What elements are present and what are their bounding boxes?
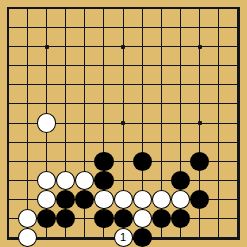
intersection[interactable] <box>171 75 190 94</box>
intersection[interactable] <box>37 94 56 113</box>
intersection[interactable] <box>18 171 37 190</box>
intersection[interactable] <box>209 133 228 152</box>
intersection[interactable] <box>0 228 18 247</box>
intersection[interactable] <box>152 56 171 75</box>
intersection[interactable] <box>114 37 133 56</box>
intersection[interactable] <box>228 75 247 94</box>
intersection[interactable] <box>171 18 190 37</box>
black-stone <box>114 209 133 228</box>
intersection[interactable] <box>75 228 94 247</box>
intersection[interactable] <box>56 114 75 133</box>
intersection[interactable] <box>152 228 171 247</box>
intersection[interactable] <box>133 0 152 18</box>
black-stone <box>152 209 171 228</box>
white-stone <box>75 171 94 190</box>
intersection[interactable] <box>75 75 94 94</box>
intersection[interactable] <box>190 228 209 247</box>
intersection[interactable] <box>171 114 190 133</box>
intersection[interactable] <box>18 94 37 113</box>
intersection[interactable] <box>56 18 75 37</box>
intersection[interactable] <box>18 56 37 75</box>
intersection[interactable] <box>133 56 152 75</box>
intersection[interactable] <box>56 56 75 75</box>
intersection[interactable] <box>75 209 94 228</box>
intersection[interactable] <box>37 114 56 133</box>
intersection[interactable] <box>209 75 228 94</box>
white-stone-marked: 1 <box>114 228 133 247</box>
intersection[interactable] <box>152 133 171 152</box>
black-stone <box>171 171 190 190</box>
intersection[interactable] <box>18 133 37 152</box>
white-stone <box>152 190 171 209</box>
intersection[interactable] <box>94 171 113 190</box>
intersection[interactable] <box>75 18 94 37</box>
intersection[interactable] <box>114 18 133 37</box>
intersection[interactable] <box>171 94 190 113</box>
intersection[interactable] <box>209 94 228 113</box>
intersection[interactable] <box>114 133 133 152</box>
intersection[interactable] <box>56 94 75 113</box>
intersection[interactable] <box>190 0 209 18</box>
intersection[interactable] <box>0 190 18 209</box>
black-stone <box>133 152 152 171</box>
intersection[interactable] <box>0 114 18 133</box>
intersection[interactable] <box>228 209 247 228</box>
intersection[interactable] <box>228 0 247 18</box>
intersection[interactable] <box>190 94 209 113</box>
intersection[interactable] <box>37 56 56 75</box>
intersection[interactable] <box>228 171 247 190</box>
black-stone <box>94 209 113 228</box>
intersection[interactable] <box>171 171 190 190</box>
intersection[interactable] <box>228 152 247 171</box>
intersection[interactable] <box>190 75 209 94</box>
white-stone <box>114 190 133 209</box>
intersection[interactable] <box>114 114 133 133</box>
intersection[interactable] <box>0 209 18 228</box>
intersection[interactable] <box>133 209 152 228</box>
intersection[interactable] <box>209 152 228 171</box>
intersection[interactable] <box>228 37 247 56</box>
intersection[interactable] <box>190 171 209 190</box>
intersection[interactable] <box>152 37 171 56</box>
intersection[interactable] <box>209 171 228 190</box>
intersection[interactable] <box>75 94 94 113</box>
intersection[interactable] <box>0 75 18 94</box>
intersection[interactable] <box>75 152 94 171</box>
white-stone <box>56 171 75 190</box>
intersection[interactable] <box>18 114 37 133</box>
intersection[interactable] <box>56 171 75 190</box>
intersection[interactable] <box>114 190 133 209</box>
intersection[interactable] <box>0 133 18 152</box>
intersection[interactable] <box>209 190 228 209</box>
intersection[interactable] <box>56 75 75 94</box>
intersection[interactable] <box>94 152 113 171</box>
intersection[interactable] <box>209 228 228 247</box>
intersection[interactable] <box>171 190 190 209</box>
intersection[interactable] <box>152 114 171 133</box>
intersection[interactable] <box>209 0 228 18</box>
intersection[interactable] <box>75 190 94 209</box>
intersection[interactable] <box>94 18 113 37</box>
black-stone <box>94 171 113 190</box>
intersection[interactable] <box>94 190 113 209</box>
intersection[interactable] <box>114 75 133 94</box>
intersection[interactable] <box>18 228 37 247</box>
intersection[interactable] <box>190 56 209 75</box>
white-stone <box>94 190 113 209</box>
intersection[interactable] <box>0 37 18 56</box>
intersection[interactable] <box>114 209 133 228</box>
intersection[interactable] <box>171 133 190 152</box>
intersection[interactable] <box>228 228 247 247</box>
intersection[interactable] <box>171 0 190 18</box>
black-stone <box>56 190 75 209</box>
white-stone <box>18 228 37 247</box>
white-stone <box>37 113 56 132</box>
intersection[interactable] <box>94 0 113 18</box>
intersection[interactable] <box>133 18 152 37</box>
intersection[interactable] <box>114 0 133 18</box>
intersection[interactable] <box>18 152 37 171</box>
intersection[interactable] <box>94 209 113 228</box>
intersection[interactable] <box>209 56 228 75</box>
intersection[interactable] <box>133 228 152 247</box>
intersection[interactable] <box>37 18 56 37</box>
intersection[interactable] <box>152 209 171 228</box>
intersection[interactable] <box>0 0 18 18</box>
intersection[interactable] <box>18 190 37 209</box>
intersection[interactable] <box>114 94 133 113</box>
intersection[interactable] <box>18 0 37 18</box>
intersection[interactable] <box>56 37 75 56</box>
intersection[interactable] <box>75 133 94 152</box>
intersection[interactable] <box>114 152 133 171</box>
intersection[interactable] <box>114 56 133 75</box>
intersection[interactable] <box>152 75 171 94</box>
intersection[interactable] <box>56 228 75 247</box>
intersection[interactable] <box>133 190 152 209</box>
intersection[interactable] <box>0 56 18 75</box>
intersection[interactable] <box>75 0 94 18</box>
black-stone <box>171 209 190 228</box>
intersection[interactable] <box>94 228 113 247</box>
intersection[interactable] <box>75 171 94 190</box>
intersection[interactable] <box>0 18 18 37</box>
intersection[interactable] <box>190 114 209 133</box>
intersection[interactable] <box>37 152 56 171</box>
intersection[interactable] <box>152 94 171 113</box>
go-board-diagram: 1 <box>0 0 247 247</box>
intersection[interactable] <box>133 94 152 113</box>
intersection[interactable] <box>37 0 56 18</box>
intersection[interactable] <box>56 0 75 18</box>
intersection[interactable] <box>171 37 190 56</box>
black-stone <box>190 152 209 171</box>
intersection[interactable] <box>228 94 247 113</box>
intersection[interactable] <box>37 209 56 228</box>
intersection[interactable] <box>228 56 247 75</box>
intersection[interactable] <box>228 114 247 133</box>
black-stone <box>75 190 94 209</box>
intersection[interactable] <box>94 133 113 152</box>
intersection[interactable] <box>190 152 209 171</box>
intersection[interactable] <box>190 190 209 209</box>
intersection[interactable] <box>133 171 152 190</box>
intersection[interactable] <box>152 171 171 190</box>
intersection[interactable] <box>190 209 209 228</box>
intersection[interactable] <box>190 37 209 56</box>
intersection[interactable] <box>209 18 228 37</box>
intersection[interactable] <box>190 18 209 37</box>
intersection[interactable] <box>18 18 37 37</box>
intersection[interactable]: 1 <box>114 228 133 247</box>
intersection[interactable] <box>37 228 56 247</box>
go-board[interactable]: 1 <box>0 0 247 247</box>
intersection[interactable] <box>133 133 152 152</box>
intersection[interactable] <box>94 56 113 75</box>
intersection[interactable] <box>0 171 18 190</box>
black-stone <box>94 152 113 171</box>
intersection[interactable] <box>37 190 56 209</box>
intersection[interactable] <box>133 37 152 56</box>
intersection[interactable] <box>171 152 190 171</box>
intersection[interactable] <box>94 75 113 94</box>
intersection[interactable] <box>18 209 37 228</box>
intersection[interactable] <box>75 114 94 133</box>
black-stone <box>56 209 75 228</box>
intersection[interactable] <box>0 94 18 113</box>
intersection[interactable] <box>152 152 171 171</box>
intersection[interactable] <box>152 190 171 209</box>
black-stone <box>133 228 152 247</box>
intersection[interactable] <box>18 75 37 94</box>
intersection[interactable] <box>75 37 94 56</box>
black-stone <box>190 190 209 209</box>
intersection[interactable] <box>37 171 56 190</box>
intersection[interactable] <box>114 171 133 190</box>
intersection[interactable] <box>75 56 94 75</box>
intersection[interactable] <box>133 75 152 94</box>
intersection[interactable] <box>152 18 171 37</box>
intersection[interactable] <box>228 190 247 209</box>
intersection[interactable] <box>228 133 247 152</box>
intersection[interactable] <box>171 56 190 75</box>
intersection[interactable] <box>171 228 190 247</box>
white-stone <box>37 171 56 190</box>
intersection[interactable] <box>0 152 18 171</box>
intersection[interactable] <box>171 209 190 228</box>
white-stone <box>37 190 56 209</box>
intersection[interactable] <box>133 152 152 171</box>
intersection[interactable] <box>94 94 113 113</box>
white-stone <box>18 209 37 228</box>
intersection[interactable] <box>152 0 171 18</box>
intersection[interactable] <box>56 152 75 171</box>
intersection[interactable] <box>209 209 228 228</box>
intersection[interactable] <box>37 37 56 56</box>
intersection[interactable] <box>37 133 56 152</box>
intersection[interactable] <box>37 75 56 94</box>
intersection[interactable] <box>133 114 152 133</box>
intersection[interactable] <box>94 37 113 56</box>
intersection[interactable] <box>228 18 247 37</box>
intersection[interactable] <box>56 209 75 228</box>
white-stone <box>171 190 190 209</box>
move-number-label: 1 <box>120 232 126 243</box>
intersection[interactable] <box>94 114 113 133</box>
intersection[interactable] <box>18 37 37 56</box>
white-stone <box>133 190 152 209</box>
intersection[interactable] <box>56 190 75 209</box>
intersection[interactable] <box>209 37 228 56</box>
white-stone <box>133 209 152 228</box>
intersection[interactable] <box>209 114 228 133</box>
black-stone <box>37 209 56 228</box>
intersection[interactable] <box>56 133 75 152</box>
intersection[interactable] <box>190 133 209 152</box>
